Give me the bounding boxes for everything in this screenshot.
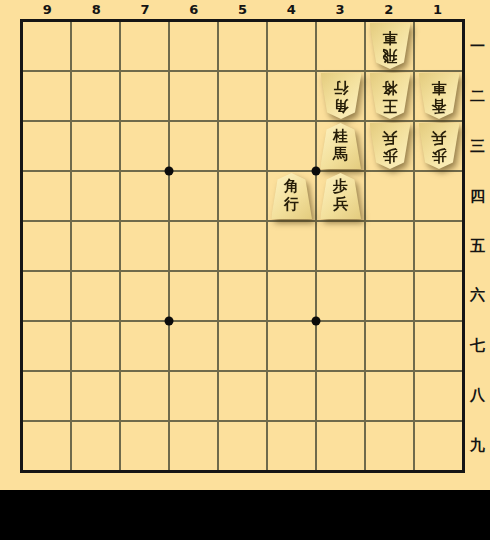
- board-cell-2-6[interactable]: [366, 272, 413, 320]
- board-cell-1-7[interactable]: [415, 322, 462, 370]
- rank-label-2: 二: [465, 72, 490, 122]
- shogi-piece-sente-bishop[interactable]: 角行: [271, 173, 312, 219]
- shogi-app: 987654321 一二三四五六七八九 飛車角行王将香車桂馬歩兵歩兵角行歩兵: [0, 0, 490, 540]
- board-cell-8-8[interactable]: [72, 372, 119, 420]
- koma-kanji: 車: [431, 79, 446, 97]
- koma-kanji: 王: [382, 96, 397, 114]
- board-cell-7-5[interactable]: [121, 222, 168, 270]
- koma-kanji: 行: [284, 196, 299, 214]
- shogi-piece-gote-king[interactable]: 王将: [369, 73, 410, 119]
- board-cell-5-5[interactable]: [219, 222, 266, 270]
- board-cell-2-9[interactable]: [366, 422, 413, 470]
- koma-kanji: 将: [382, 79, 397, 97]
- hoshi-dot: [165, 167, 174, 176]
- board-cell-1-9[interactable]: [415, 422, 462, 470]
- board-cell-2-8[interactable]: [366, 372, 413, 420]
- file-label-3: 3: [316, 0, 365, 19]
- file-label-2: 2: [364, 0, 413, 19]
- rank-label-1: 一: [465, 22, 490, 72]
- shogi-piece-gote-pawn[interactable]: 歩兵: [418, 123, 459, 169]
- koma-face: 王将: [369, 73, 410, 119]
- board-cell-5-1[interactable]: [219, 22, 266, 70]
- koma-face: 歩兵: [418, 123, 459, 169]
- board-cell-6-5[interactable]: [170, 222, 217, 270]
- board-cell-8-2[interactable]: [72, 72, 119, 120]
- board-cell-1-6[interactable]: [415, 272, 462, 320]
- file-label-1: 1: [413, 0, 462, 19]
- board-cell-3-9[interactable]: [317, 422, 364, 470]
- koma-kanji: 馬: [333, 146, 348, 164]
- koma-kanji: 歩: [333, 178, 348, 196]
- rank-coordinates: 一二三四五六七八九: [465, 22, 490, 470]
- koma-kanji: 行: [333, 79, 348, 97]
- board-cell-4-7[interactable]: [268, 322, 315, 370]
- board-cell-8-5[interactable]: [72, 222, 119, 270]
- board-cell-3-7[interactable]: [317, 322, 364, 370]
- koma-face: 歩兵: [369, 123, 410, 169]
- koma-face: 飛車: [369, 23, 410, 69]
- board-cell-8-6[interactable]: [72, 272, 119, 320]
- koma-kanji: 香: [431, 96, 446, 114]
- board-cell-5-4[interactable]: [219, 172, 266, 220]
- shogi-piece-gote-bishop[interactable]: 角行: [320, 73, 361, 119]
- shogi-piece-gote-rook[interactable]: 飛車: [369, 23, 410, 69]
- koma-kanji: 歩: [431, 146, 446, 164]
- koma-kanji: 桂: [333, 128, 348, 146]
- bottom-bar: [0, 490, 490, 540]
- board-cell-5-7[interactable]: [219, 322, 266, 370]
- board-cell-7-9[interactable]: [121, 422, 168, 470]
- board-cell-3-6[interactable]: [317, 272, 364, 320]
- file-coordinates: 987654321: [23, 0, 462, 19]
- board-cell-6-4[interactable]: [170, 172, 217, 220]
- shogi-piece-sente-knight[interactable]: 桂馬: [320, 123, 361, 169]
- board-cell-2-4[interactable]: [366, 172, 413, 220]
- board-cell-3-8[interactable]: [317, 372, 364, 420]
- board-cell-7-8[interactable]: [121, 372, 168, 420]
- board-cell-7-6[interactable]: [121, 272, 168, 320]
- board-cell-7-3[interactable]: [121, 122, 168, 170]
- board-cell-6-9[interactable]: [170, 422, 217, 470]
- board-cell-1-8[interactable]: [415, 372, 462, 420]
- board-cell-9-5[interactable]: [23, 222, 70, 270]
- koma-face: 桂馬: [320, 123, 361, 169]
- file-label-8: 8: [72, 0, 121, 19]
- board-cell-7-1[interactable]: [121, 22, 168, 70]
- rank-label-9: 九: [465, 420, 490, 470]
- board-cell-4-1[interactable]: [268, 22, 315, 70]
- file-label-4: 4: [267, 0, 316, 19]
- board-cell-4-2[interactable]: [268, 72, 315, 120]
- board-cell-4-5[interactable]: [268, 222, 315, 270]
- hoshi-dot: [312, 317, 321, 326]
- board-cell-7-4[interactable]: [121, 172, 168, 220]
- board-cell-1-4[interactable]: [415, 172, 462, 220]
- koma-kanji: 兵: [431, 129, 446, 147]
- board-cell-5-6[interactable]: [219, 272, 266, 320]
- board-cell-6-6[interactable]: [170, 272, 217, 320]
- board-cell-4-6[interactable]: [268, 272, 315, 320]
- board-cell-7-7[interactable]: [121, 322, 168, 370]
- rank-label-6: 六: [465, 271, 490, 321]
- board-cell-6-3[interactable]: [170, 122, 217, 170]
- koma-face: 香車: [418, 73, 459, 119]
- board-cell-3-5[interactable]: [317, 222, 364, 270]
- board-cell-5-8[interactable]: [219, 372, 266, 420]
- board-cell-9-6[interactable]: [23, 272, 70, 320]
- board-cell-9-7[interactable]: [23, 322, 70, 370]
- rank-label-3: 三: [465, 122, 490, 172]
- board-cell-9-1[interactable]: [23, 22, 70, 70]
- board-cell-4-8[interactable]: [268, 372, 315, 420]
- file-label-5: 5: [218, 0, 267, 19]
- board-cell-1-1[interactable]: [415, 22, 462, 70]
- rank-label-7: 七: [465, 321, 490, 371]
- board-cell-4-9[interactable]: [268, 422, 315, 470]
- board-cell-6-2[interactable]: [170, 72, 217, 120]
- board-cell-6-7[interactable]: [170, 322, 217, 370]
- board-cell-6-1[interactable]: [170, 22, 217, 70]
- koma-kanji: 角: [284, 178, 299, 196]
- shogi-piece-gote-pawn[interactable]: 歩兵: [369, 123, 410, 169]
- rank-label-8: 八: [465, 370, 490, 420]
- koma-kanji: 車: [382, 29, 397, 47]
- koma-face: 歩兵: [320, 173, 361, 219]
- koma-face: 角行: [271, 173, 312, 219]
- koma-kanji: 兵: [382, 129, 397, 147]
- board-cell-7-2[interactable]: [121, 72, 168, 120]
- board-cell-4-3[interactable]: [268, 122, 315, 170]
- board-cell-5-9[interactable]: [219, 422, 266, 470]
- board-cell-2-5[interactable]: [366, 222, 413, 270]
- board-cell-8-1[interactable]: [72, 22, 119, 70]
- board-cell-2-7[interactable]: [366, 322, 413, 370]
- board-cell-9-3[interactable]: [23, 122, 70, 170]
- koma-kanji: 兵: [333, 196, 348, 214]
- board-cell-9-9[interactable]: [23, 422, 70, 470]
- board-cell-3-1[interactable]: [317, 22, 364, 70]
- shogi-piece-gote-lance[interactable]: 香車: [418, 73, 459, 119]
- board-cell-5-3[interactable]: [219, 122, 266, 170]
- board-cell-6-8[interactable]: [170, 372, 217, 420]
- koma-kanji: 歩: [382, 146, 397, 164]
- board-cell-8-3[interactable]: [72, 122, 119, 170]
- file-label-7: 7: [121, 0, 170, 19]
- board-cell-8-9[interactable]: [72, 422, 119, 470]
- file-label-9: 9: [23, 0, 72, 19]
- board-cell-9-4[interactable]: [23, 172, 70, 220]
- koma-kanji: 角: [333, 96, 348, 114]
- file-label-6: 6: [169, 0, 218, 19]
- koma-kanji: 飛: [382, 46, 397, 64]
- board-cell-9-2[interactable]: [23, 72, 70, 120]
- hoshi-dot: [165, 317, 174, 326]
- shogi-piece-sente-pawn[interactable]: 歩兵: [320, 173, 361, 219]
- koma-face: 角行: [320, 73, 361, 119]
- board-cell-9-8[interactable]: [23, 372, 70, 420]
- board-cell-1-5[interactable]: [415, 222, 462, 270]
- board-cell-5-2[interactable]: [219, 72, 266, 120]
- board-cell-8-4[interactable]: [72, 172, 119, 220]
- rank-label-4: 四: [465, 171, 490, 221]
- board-cell-8-7[interactable]: [72, 322, 119, 370]
- rank-label-5: 五: [465, 221, 490, 271]
